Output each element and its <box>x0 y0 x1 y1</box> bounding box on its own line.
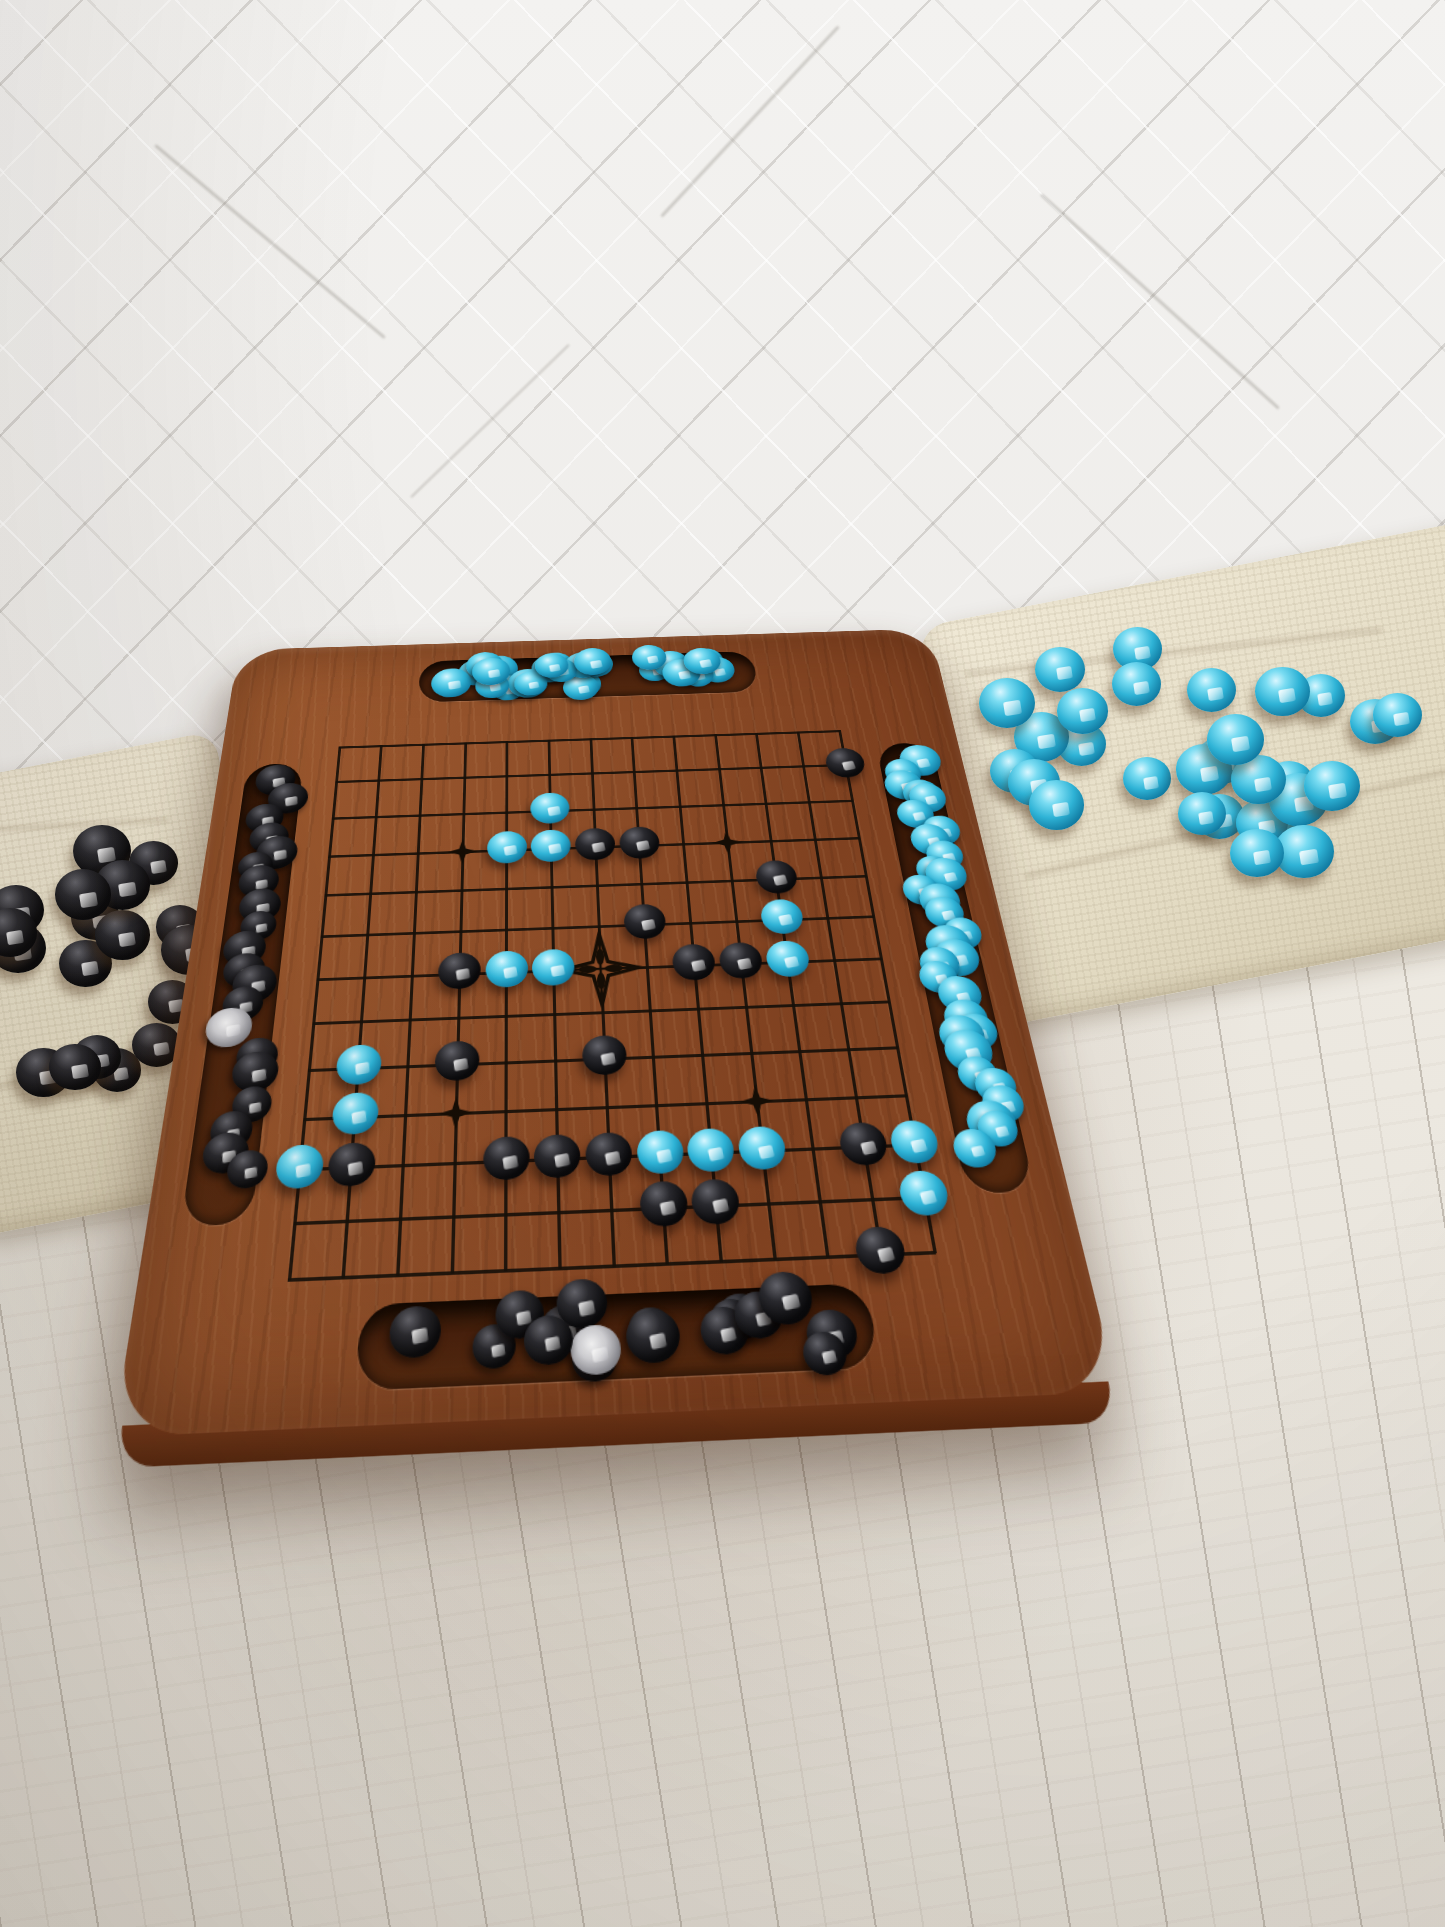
tray-stone-blue <box>632 645 667 670</box>
black-stone <box>434 1041 479 1082</box>
loose-stone-blue <box>1255 667 1309 716</box>
black-stone <box>853 1226 908 1275</box>
loose-stone-black <box>95 910 150 959</box>
grid-line-vertical <box>797 731 884 1255</box>
blue-stone <box>485 950 528 988</box>
black-stone <box>838 1121 890 1165</box>
blue-stone <box>759 899 805 935</box>
loose-stone-blue <box>1035 647 1085 692</box>
grid-line-vertical <box>342 745 383 1278</box>
loose-stone-blue <box>1123 757 1171 800</box>
grid-line-vertical <box>396 744 425 1276</box>
blue-stone <box>764 940 811 977</box>
black-stone <box>618 826 660 859</box>
loose-stone-blue <box>1187 668 1236 713</box>
blue-stone <box>888 1119 941 1163</box>
blue-stone <box>686 1127 736 1172</box>
loose-stone-blue <box>1112 662 1161 706</box>
loose-stone-black <box>55 869 111 919</box>
blue-stone <box>274 1144 325 1189</box>
grid-line-vertical <box>450 742 467 1274</box>
loose-stone-blue <box>1178 792 1226 835</box>
black-stone <box>438 952 481 990</box>
black-stone <box>672 944 717 981</box>
black-stone <box>483 1136 530 1181</box>
black-stone <box>582 1035 628 1076</box>
black-stone <box>754 860 799 894</box>
loose-stone-blue <box>1304 761 1360 811</box>
blue-stone <box>335 1044 382 1085</box>
black-stone <box>326 1142 376 1187</box>
loose-stone-blue <box>1057 688 1108 734</box>
blue-stone <box>897 1170 952 1216</box>
loose-stone-blue <box>1029 780 1084 829</box>
scene <box>0 0 1445 1927</box>
hoshi-point <box>711 829 744 856</box>
loose-stone-blue <box>1207 714 1263 765</box>
blue-stone <box>737 1125 788 1170</box>
loose-stone-blue <box>1230 829 1284 877</box>
blue-stone <box>331 1092 379 1135</box>
black-stone <box>534 1134 581 1179</box>
black-stone <box>690 1179 741 1226</box>
black-stone <box>824 747 867 777</box>
black-stone <box>585 1131 633 1176</box>
black-stone <box>639 1181 689 1228</box>
blue-stone <box>636 1129 685 1174</box>
loose-stone-black <box>49 1044 101 1091</box>
hoshi-point <box>447 838 478 865</box>
loose-stone-blue <box>1373 693 1423 738</box>
black-stone <box>718 942 764 979</box>
grid-line-vertical <box>504 741 508 1272</box>
blue-stone <box>531 792 571 824</box>
black-stone <box>575 828 616 861</box>
blue-stone <box>531 829 571 862</box>
hoshi-point <box>438 1096 473 1131</box>
blue-stone <box>487 831 527 864</box>
